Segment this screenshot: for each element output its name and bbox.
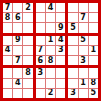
- cell-r4c6[interactable]: 4: [56, 36, 65, 45]
- cell-r5c4[interactable]: 7: [36, 46, 45, 55]
- cell-r9c9[interactable]: 5: [89, 89, 98, 98]
- cell-r6c1[interactable]: [3, 56, 12, 65]
- cell-r6c5[interactable]: 8: [46, 56, 55, 65]
- cell-r1c4[interactable]: [36, 3, 45, 12]
- cell-r7c2[interactable]: [13, 68, 22, 77]
- cell-r1c2[interactable]: [13, 3, 22, 12]
- cell-r3c8[interactable]: [79, 23, 88, 32]
- cell-r6c7[interactable]: [68, 56, 77, 65]
- cell-r3c9[interactable]: [89, 23, 98, 32]
- cell-r9c1[interactable]: [3, 89, 12, 98]
- sudoku-box-0: 7286: [3, 3, 33, 33]
- cell-r2c8[interactable]: 7: [79, 13, 88, 22]
- cell-r9c6[interactable]: [56, 89, 65, 98]
- sudoku-box-5: 513: [68, 36, 98, 66]
- cell-r9c7[interactable]: 3: [68, 89, 77, 98]
- cell-r8c6[interactable]: [56, 79, 65, 88]
- cell-r6c2[interactable]: 7: [13, 56, 22, 65]
- cell-r1c1[interactable]: 7: [3, 3, 12, 12]
- cell-r5c6[interactable]: 3: [56, 46, 65, 55]
- cell-r6c4[interactable]: 6: [36, 56, 45, 65]
- cell-r1c5[interactable]: 4: [46, 3, 55, 12]
- cell-r4c1[interactable]: [3, 36, 12, 45]
- cell-r7c1[interactable]: [3, 68, 12, 77]
- cell-r9c5[interactable]: 2: [46, 89, 55, 98]
- cell-r7c8[interactable]: [79, 68, 88, 77]
- sudoku-box-4: 147368: [36, 36, 66, 66]
- cell-r8c5[interactable]: [46, 79, 55, 88]
- cell-r9c8[interactable]: [79, 89, 88, 98]
- cell-r2c6[interactable]: [56, 13, 65, 22]
- cell-r8c3[interactable]: [23, 79, 32, 88]
- sudoku-box-6: 84: [3, 68, 33, 98]
- sudoku-board: 7286 49 75 947 147368 513 84 32 1835: [0, 0, 101, 101]
- cell-r5c3[interactable]: [23, 46, 32, 55]
- cell-r8c2[interactable]: 4: [13, 79, 22, 88]
- cell-r4c8[interactable]: 5: [79, 36, 88, 45]
- cell-r7c4[interactable]: 3: [36, 68, 45, 77]
- cell-r2c1[interactable]: 8: [3, 13, 12, 22]
- cell-r3c2[interactable]: [13, 23, 22, 32]
- cell-r2c7[interactable]: [68, 13, 77, 22]
- cell-r9c3[interactable]: [23, 89, 32, 98]
- cell-r9c2[interactable]: [13, 89, 22, 98]
- cell-r7c5[interactable]: [46, 68, 55, 77]
- cell-r2c3[interactable]: [23, 13, 32, 22]
- sudoku-box-2: 75: [68, 3, 98, 33]
- cell-r8c8[interactable]: 1: [79, 79, 88, 88]
- cell-r3c5[interactable]: [46, 23, 55, 32]
- cell-r6c6[interactable]: [56, 56, 65, 65]
- cell-r5c9[interactable]: 1: [89, 46, 98, 55]
- sudoku-box-7: 32: [36, 68, 66, 98]
- sudoku-box-1: 49: [36, 3, 66, 33]
- cell-r3c4[interactable]: [36, 23, 45, 32]
- cell-r7c6[interactable]: [56, 68, 65, 77]
- cell-r4c2[interactable]: 9: [13, 36, 22, 45]
- cell-r5c7[interactable]: [68, 46, 77, 55]
- cell-r1c8[interactable]: [79, 3, 88, 12]
- cell-r8c9[interactable]: 8: [89, 79, 98, 88]
- cell-r9c4[interactable]: [36, 89, 45, 98]
- cell-r5c1[interactable]: 4: [3, 46, 12, 55]
- cell-r4c5[interactable]: 1: [46, 36, 55, 45]
- cell-r2c9[interactable]: [89, 13, 98, 22]
- cell-r7c3[interactable]: 8: [23, 68, 32, 77]
- cell-r5c2[interactable]: [13, 46, 22, 55]
- cell-r1c3[interactable]: 2: [23, 3, 32, 12]
- cell-r6c9[interactable]: [89, 56, 98, 65]
- cell-r2c2[interactable]: 6: [13, 13, 22, 22]
- cell-r4c7[interactable]: [68, 36, 77, 45]
- cell-r4c9[interactable]: [89, 36, 98, 45]
- cell-r1c9[interactable]: [89, 3, 98, 12]
- cell-r8c4[interactable]: [36, 79, 45, 88]
- cell-r3c3[interactable]: [23, 23, 32, 32]
- cell-r8c1[interactable]: [3, 79, 12, 88]
- cell-r1c7[interactable]: [68, 3, 77, 12]
- sudoku-box-3: 947: [3, 36, 33, 66]
- cell-r1c6[interactable]: [56, 3, 65, 12]
- cell-r2c5[interactable]: [46, 13, 55, 22]
- cell-r5c8[interactable]: [79, 46, 88, 55]
- cell-r3c6[interactable]: 9: [56, 23, 65, 32]
- cell-r6c3[interactable]: [23, 56, 32, 65]
- sudoku-box-8: 1835: [68, 68, 98, 98]
- cell-r4c4[interactable]: [36, 36, 45, 45]
- cell-r8c7[interactable]: [68, 79, 77, 88]
- cell-r3c1[interactable]: [3, 23, 12, 32]
- cell-r4c3[interactable]: [23, 36, 32, 45]
- cell-r6c8[interactable]: 3: [79, 56, 88, 65]
- cell-r7c9[interactable]: [89, 68, 98, 77]
- cell-r5c5[interactable]: [46, 46, 55, 55]
- cell-r3c7[interactable]: 5: [68, 23, 77, 32]
- cell-r2c4[interactable]: [36, 13, 45, 22]
- cell-r7c7[interactable]: [68, 68, 77, 77]
